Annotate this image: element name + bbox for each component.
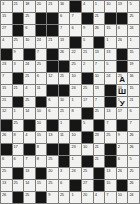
- cell-number: 14: [25, 108, 29, 113]
- letter-cell-r16c10[interactable]: 10: [117, 192, 128, 203]
- cell-number: 10: [71, 73, 75, 78]
- letter-cell-r14c7[interactable]: 25: [82, 168, 93, 179]
- cell-number: 5: [106, 61, 108, 66]
- letter-cell-r0c10[interactable]: 13: [117, 1, 128, 12]
- letter-cell-r9c3[interactable]: 10: [36, 108, 47, 119]
- cell-number: 10: [118, 192, 122, 197]
- cell-number: 6: [129, 108, 131, 113]
- cell-number: 1: [106, 37, 108, 42]
- cell-number: 12: [2, 108, 6, 113]
- cell-number: 21: [129, 97, 133, 102]
- black-cell-r10c6: [70, 120, 81, 131]
- black-cell-r12c4: [47, 144, 58, 155]
- cell-number: 10: [95, 73, 99, 78]
- black-cell-r0c6: [70, 1, 81, 12]
- letter-cell-r11c9[interactable]: 25: [105, 132, 116, 143]
- letter-cell-r8c4[interactable]: 6: [47, 97, 58, 108]
- letter-cell-r2c0[interactable]: 27: [1, 25, 12, 36]
- letter-cell-r4c1[interactable]: 9: [13, 49, 24, 60]
- letter-cell-r5c9[interactable]: 5: [105, 61, 116, 72]
- letter-cell-r2c2[interactable]: 6: [24, 25, 35, 36]
- letter-cell-r9c11[interactable]: 6: [128, 108, 139, 119]
- cell-number: 1: [71, 97, 73, 102]
- letter-cell-r1c8[interactable]: 21: [94, 13, 105, 24]
- cell-number: 18: [25, 1, 29, 6]
- letter-cell-r11c3[interactable]: 15: [36, 132, 47, 143]
- letter-cell-r4c11[interactable]: 15: [128, 49, 139, 60]
- black-cell-r10c10: [117, 120, 128, 131]
- letter-cell-r16c7[interactable]: 20: [82, 192, 93, 203]
- letter-cell-r12c6[interactable]: 23: [70, 144, 81, 155]
- cell-number: 22: [71, 49, 75, 54]
- cell-number: 21: [48, 37, 52, 42]
- black-cell-r13c5: [59, 156, 70, 167]
- cell-number: 6: [14, 156, 16, 161]
- letter-cell-r7c2[interactable]: 4: [24, 85, 35, 96]
- letter-cell-r15c3[interactable]: 15: [36, 180, 47, 191]
- cell-number: 6: [48, 108, 50, 113]
- letter-cell-r16c8[interactable]: 4: [94, 192, 105, 203]
- keyword-crossword-grid: 3211820211641101351525672125276769261562…: [0, 0, 140, 204]
- cell-number: 7: [95, 97, 97, 102]
- letter-cell-r6c4[interactable]: 12: [47, 73, 58, 84]
- letter-cell-r9c8[interactable]: 25: [94, 108, 105, 119]
- letter-cell-r13c10[interactable]: 6: [117, 156, 128, 167]
- black-cell-r4c0: [1, 49, 12, 60]
- black-cell-r1c9: [105, 13, 116, 24]
- letter-cell-r7c10[interactable]: 10Ш: [117, 85, 128, 96]
- letter-cell-r2c7[interactable]: 9: [82, 25, 93, 36]
- letter-cell-r13c8[interactable]: 21: [94, 156, 105, 167]
- black-cell-r15c6: [70, 180, 81, 191]
- cell-number: 15: [129, 85, 133, 90]
- letter-cell-r15c4[interactable]: 25: [47, 180, 58, 191]
- cell-number: 4: [25, 132, 27, 137]
- letter-cell-r7c11[interactable]: 15: [128, 85, 139, 96]
- cell-number: 17: [83, 97, 87, 102]
- letter-cell-r8c10[interactable]: 1У: [117, 97, 128, 108]
- cell-number: 21: [60, 108, 64, 113]
- letter-cell-r8c5[interactable]: 10: [59, 97, 70, 108]
- cell-number: 15: [106, 25, 110, 30]
- black-cell-r16c3: [36, 192, 47, 203]
- cell-number: 24: [106, 73, 110, 78]
- letter-cell-r11c10[interactable]: 9: [117, 132, 128, 143]
- letter-cell-r16c9[interactable]: 7: [105, 192, 116, 203]
- letter-cell-r3c4[interactable]: 21: [47, 37, 58, 48]
- letter-cell-r7c6[interactable]: 24: [70, 85, 81, 96]
- letter-cell-r4c3[interactable]: 7: [36, 49, 47, 60]
- letter-cell-r9c0[interactable]: 12: [1, 108, 12, 119]
- black-cell-r9c7: [82, 108, 93, 119]
- letter-cell-r0c9[interactable]: 10: [105, 1, 116, 12]
- black-cell-r5c4: [47, 61, 58, 72]
- cell-number: 25: [95, 108, 99, 113]
- letter-cell-r2c9[interactable]: 15: [105, 25, 116, 36]
- letter-cell-r13c2[interactable]: 7: [24, 156, 35, 167]
- letter-cell-r12c11[interactable]: 26: [128, 144, 139, 155]
- cell-number: 2: [118, 144, 120, 149]
- letter-cell-r9c9[interactable]: 13: [105, 108, 116, 119]
- cell-number: 6: [71, 25, 73, 30]
- letter-cell-r6c11[interactable]: 16: [128, 73, 139, 84]
- cell-number: 24: [71, 85, 75, 90]
- cell-number: 15: [106, 180, 110, 185]
- letter-cell-r10c11[interactable]: 7: [128, 120, 139, 131]
- letter-cell-r9c10[interactable]: 17: [117, 108, 128, 119]
- letter-cell-r13c11[interactable]: 5: [128, 156, 139, 167]
- cell-number: 25: [14, 37, 18, 42]
- cell-number: 4: [95, 192, 97, 197]
- cell-number: 24: [129, 192, 133, 197]
- letter-cell-r5c2[interactable]: 24: [24, 61, 35, 72]
- black-cell-r1c1: [13, 13, 24, 24]
- letter-cell-r14c9[interactable]: 13: [105, 168, 116, 179]
- cell-number: 13: [2, 180, 6, 185]
- cell-number: 7: [95, 61, 97, 66]
- letter-cell-r9c6[interactable]: 8: [70, 108, 81, 119]
- black-cell-r12c5: [59, 144, 70, 155]
- letter-cell-r9c2[interactable]: 14: [24, 108, 35, 119]
- cell-number: 5: [83, 37, 85, 42]
- letter-cell-r13c0[interactable]: 6: [1, 156, 12, 167]
- letter-cell-r2c6[interactable]: 6: [70, 25, 81, 36]
- letter-cell-r6c9[interactable]: 24: [105, 73, 116, 84]
- letter-cell-r5c11[interactable]: 19: [128, 61, 139, 72]
- cell-number: 8: [37, 144, 39, 149]
- letter-cell-r11c8[interactable]: 23: [94, 132, 105, 143]
- black-cell-r7c4: [47, 85, 58, 96]
- cell-number: 25: [71, 61, 75, 66]
- cell-number: 15: [2, 13, 6, 18]
- letter-cell-r8c0[interactable]: 21: [1, 97, 12, 108]
- cell-number: 6: [60, 13, 62, 18]
- letter-cell-r10c3[interactable]: 10: [36, 120, 47, 131]
- letter-cell-r0c1[interactable]: 21: [13, 1, 24, 12]
- cell-number: 10: [106, 1, 110, 6]
- cell-number: 27: [2, 25, 6, 30]
- letter-cell-r8c8[interactable]: 7: [94, 97, 105, 108]
- letter-cell-r16c5[interactable]: 25: [59, 192, 70, 203]
- letter-cell-r16c6[interactable]: 1: [70, 192, 81, 203]
- black-cell-r1c7: [82, 13, 93, 24]
- cell-number: 7: [37, 49, 39, 54]
- letter-cell-r15c7[interactable]: 27: [82, 180, 93, 191]
- cell-number: 4: [83, 1, 85, 6]
- letter-cell-r4c5[interactable]: 26: [59, 49, 70, 60]
- cell-number: 1: [95, 1, 97, 6]
- cell-number: 27: [83, 180, 87, 185]
- cell-number: 10: [37, 108, 41, 113]
- letter-cell-r2c5[interactable]: 7: [59, 25, 70, 36]
- cell-number: 24: [129, 25, 133, 30]
- cell-number: 17: [118, 108, 122, 113]
- letter-cell-r1c11[interactable]: 25: [128, 13, 139, 24]
- cell-number: 10: [25, 37, 29, 42]
- cell-number: 15: [37, 180, 41, 185]
- cell-number: 25: [60, 192, 64, 197]
- black-cell-r8c1: [13, 97, 24, 108]
- black-cell-r10c0: [1, 120, 12, 131]
- letter-cell-r14c2[interactable]: 13: [24, 168, 35, 179]
- cell-number: 11: [60, 132, 64, 137]
- letter-cell-r10c7[interactable]: 5: [82, 120, 93, 131]
- black-cell-r5c10: [117, 61, 128, 72]
- letter-cell-r5c7[interactable]: 2: [82, 61, 93, 72]
- cell-number: 21: [83, 49, 87, 54]
- cell-number: 9: [83, 25, 85, 30]
- letter-cell-r14c6[interactable]: 24: [70, 168, 81, 179]
- cell-number: 8: [71, 108, 73, 113]
- letter-cell-r16c4[interactable]: 9: [47, 192, 58, 203]
- letter-cell-r11c0[interactable]: 26: [1, 132, 12, 143]
- letter-cell-r4c8[interactable]: 13: [94, 49, 105, 60]
- cell-number: 8: [37, 156, 39, 161]
- letter-cell-r10c9[interactable]: 7: [105, 120, 116, 131]
- letter-cell-r1c2[interactable]: 25: [24, 13, 35, 24]
- letter-cell-r7c0[interactable]: 15: [1, 85, 12, 96]
- black-cell-r3c6: [70, 37, 81, 48]
- black-cell-r10c8: [94, 120, 105, 131]
- letter-cell-r11c6[interactable]: 10: [70, 132, 81, 143]
- black-cell-r11c7: [82, 132, 93, 143]
- letter-cell-r3c7[interactable]: 5: [82, 37, 93, 48]
- cell-number: 1: [71, 192, 73, 197]
- black-cell-r4c2: [24, 49, 35, 60]
- black-cell-r16c1: [13, 192, 24, 203]
- cell-number: 16: [60, 1, 64, 6]
- letter-cell-r2c11[interactable]: 24: [128, 25, 139, 36]
- letter-cell-r7c1[interactable]: 21: [13, 85, 24, 96]
- black-cell-r15c10: [117, 180, 128, 191]
- black-cell-r6c1: [13, 73, 24, 84]
- letter-cell-r0c3[interactable]: 20: [36, 1, 47, 12]
- cell-number: 13: [48, 132, 52, 137]
- cell-number: 13: [25, 168, 29, 173]
- letter-cell-r15c9[interactable]: 15: [105, 180, 116, 191]
- black-cell-r3c8: [94, 37, 105, 48]
- letter-cell-r0c11[interactable]: 5: [128, 1, 139, 12]
- letter-cell-r11c5[interactable]: 11: [59, 132, 70, 143]
- cell-number: 25: [48, 180, 52, 185]
- letter-cell-r13c6[interactable]: 1: [70, 156, 81, 167]
- letter-cell-r6c10[interactable]: 25А: [117, 73, 128, 84]
- letter-cell-r6c8[interactable]: 10: [94, 73, 105, 84]
- letter-cell-r13c4[interactable]: 25: [47, 156, 58, 167]
- letter-cell-r16c2[interactable]: 25: [24, 192, 35, 203]
- cell-number: 26: [129, 180, 133, 185]
- cell-number: 7: [2, 73, 4, 78]
- letter-cell-r3c3[interactable]: 24: [36, 37, 47, 48]
- cell-number: 10: [83, 144, 87, 149]
- letter-cell-r6c3[interactable]: 6: [36, 73, 47, 84]
- cell-number: 15: [2, 85, 6, 90]
- letter-cell-r0c7[interactable]: 4: [82, 1, 93, 12]
- letter-cell-r11c4[interactable]: 13: [47, 132, 58, 143]
- cell-number: 3: [2, 1, 4, 6]
- letter-cell-r16c0[interactable]: 26: [1, 192, 12, 203]
- letter-cell-r13c3[interactable]: 8: [36, 156, 47, 167]
- letter-cell-r11c2[interactable]: 4: [24, 132, 35, 143]
- letter-cell-r6c6[interactable]: 10: [70, 73, 81, 84]
- black-cell-r8c9: [105, 97, 116, 108]
- cell-number: 21: [25, 73, 29, 78]
- letter-cell-r7c8[interactable]: 13: [94, 85, 105, 96]
- letter-cell-r3c1[interactable]: 25: [13, 37, 24, 48]
- cell-number: 5: [129, 1, 131, 6]
- cell-number: 26: [118, 168, 122, 173]
- black-cell-r13c7: [82, 156, 93, 167]
- cell-number: 1: [60, 120, 62, 125]
- cell-number: 5: [129, 156, 131, 161]
- letter-cell-r0c2[interactable]: 18: [24, 1, 35, 12]
- cell-number: 21: [95, 13, 99, 18]
- letter-cell-r0c0[interactable]: 3: [1, 1, 12, 12]
- cell-number: 26: [60, 49, 64, 54]
- letter-cell-r3c2[interactable]: 10: [24, 37, 35, 48]
- letter-cell-r4c6[interactable]: 22: [70, 49, 81, 60]
- letter-cell-r6c0[interactable]: 7: [1, 73, 12, 84]
- black-cell-r5c5: [59, 61, 70, 72]
- cell-number: 21: [14, 85, 18, 90]
- letter-cell-r10c5[interactable]: 1: [59, 120, 70, 131]
- cell-number: 11: [37, 85, 41, 90]
- letter-cell-r15c5[interactable]: 6: [59, 180, 70, 191]
- cell-number: 20: [48, 168, 52, 173]
- letter-cell-r13c1[interactable]: 6: [13, 156, 24, 167]
- letter-cell-r0c4[interactable]: 21: [47, 1, 58, 12]
- black-cell-r14c8: [94, 168, 105, 179]
- letter-cell-r5c6[interactable]: 25: [70, 61, 81, 72]
- letter-cell-r16c11[interactable]: 24: [128, 192, 139, 203]
- letter-cell-r6c2[interactable]: 21: [24, 73, 35, 84]
- black-cell-r7c9: [105, 85, 116, 96]
- black-cell-r13c9: [105, 156, 116, 167]
- letter-cell-r0c5[interactable]: 16: [59, 1, 70, 12]
- cell-number: 25: [2, 168, 6, 173]
- letter-cell-r12c3[interactable]: 8: [36, 144, 47, 155]
- letter-cell-r15c1[interactable]: 25: [13, 180, 24, 191]
- letter-cell-r1c5[interactable]: 6: [59, 13, 70, 24]
- cell-number: 6: [37, 73, 39, 78]
- letter-cell-r9c1[interactable]: 1: [13, 108, 24, 119]
- cell-number: 3: [14, 61, 16, 66]
- cell-number: 7: [60, 25, 62, 30]
- letter-cell-r5c1[interactable]: 3: [13, 61, 24, 72]
- cell-number: 7: [129, 120, 131, 125]
- letter-cell-r8c6[interactable]: 1: [70, 97, 81, 108]
- black-cell-r4c4: [47, 49, 58, 60]
- letter-cell-r14c5[interactable]: 3: [59, 168, 70, 179]
- letter-cell-r5c3[interactable]: 25: [36, 61, 47, 72]
- cell-number: 14: [25, 180, 29, 185]
- black-cell-r4c10: [117, 49, 128, 60]
- cell-number: 25: [14, 120, 18, 125]
- letter-cell-r3c11[interactable]: 1: [128, 37, 139, 48]
- cell-number: 25: [25, 13, 29, 18]
- cell-number: 26: [2, 192, 6, 197]
- letter-cell-r14c0[interactable]: 25: [1, 168, 12, 179]
- letter-cell-r3c9[interactable]: 1: [105, 37, 116, 48]
- cell-number: 25: [14, 180, 18, 185]
- black-cell-r12c9: [105, 144, 116, 155]
- letter-cell-r9c5[interactable]: 21: [59, 108, 70, 119]
- letter-cell-r3c0[interactable]: 4: [1, 37, 12, 48]
- letter-cell-r11c1[interactable]: 8: [13, 132, 24, 143]
- cell-number: 20: [83, 192, 87, 197]
- letter-cell-r6c5[interactable]: 21: [59, 73, 70, 84]
- letter-cell-r2c8[interactable]: 26: [94, 25, 105, 36]
- cell-number: 25: [106, 132, 110, 137]
- cell-number: 6: [118, 156, 120, 161]
- cell-number: 23: [2, 61, 6, 66]
- letter-cell-r14c10[interactable]: 26: [117, 168, 128, 179]
- letter-cell-r12c7[interactable]: 10: [82, 144, 93, 155]
- letter-cell-r4c9[interactable]: 13: [105, 49, 116, 60]
- cell-number: 24: [25, 61, 29, 66]
- letter-cell-r0c8[interactable]: 1: [94, 1, 105, 12]
- cell-number: 3: [60, 168, 62, 173]
- letter-cell-r1c6[interactable]: 7: [70, 13, 81, 24]
- cell-number: 15: [129, 49, 133, 54]
- letter-cell-r12c1[interactable]: 17: [13, 144, 24, 155]
- letter-cell-r9c4[interactable]: 6: [47, 108, 58, 119]
- cell-number: 21: [60, 73, 64, 78]
- black-cell-r1c3: [36, 13, 47, 24]
- cell-number: 9: [118, 132, 120, 137]
- black-cell-r12c0: [1, 144, 12, 155]
- cell-number: 25: [83, 168, 87, 173]
- black-cell-r10c4: [47, 120, 58, 131]
- letter-cell-r14c4[interactable]: 20: [47, 168, 58, 179]
- cell-number: 13: [95, 85, 99, 90]
- letter-cell-r15c11[interactable]: 26: [128, 180, 139, 191]
- letter-cell-r5c0[interactable]: 23: [1, 61, 12, 72]
- cell-number: 21: [14, 1, 18, 6]
- letter-cell-r10c1[interactable]: 25: [13, 120, 24, 131]
- letter-cell-r15c0[interactable]: 13: [1, 180, 12, 191]
- cell-number: 7: [106, 192, 108, 197]
- letter-cell-r5c8[interactable]: 7: [94, 61, 105, 72]
- cell-number: 12: [48, 73, 52, 78]
- black-cell-r1c4: [47, 13, 58, 24]
- black-cell-r1c10: [117, 13, 128, 24]
- letter-cell-r8c11[interactable]: 21: [128, 97, 139, 108]
- letter-cell-r3c5[interactable]: 13: [59, 37, 70, 48]
- cell-number: 19: [129, 61, 133, 66]
- letter-cell-r11c11[interactable]: 26: [128, 132, 139, 143]
- letter-cell-r8c7[interactable]: 17: [82, 97, 93, 108]
- black-cell-r10c2: [24, 120, 35, 131]
- cell-number: 25: [48, 156, 52, 161]
- letter-cell-r12c8[interactable]: 21: [94, 144, 105, 155]
- letter-cell-r7c7[interactable]: 25: [82, 85, 93, 96]
- hint-letter: А: [117, 75, 128, 84]
- letter-cell-r8c2[interactable]: 25: [24, 97, 35, 108]
- black-cell-r7c5: [59, 85, 70, 96]
- black-cell-r12c2: [24, 144, 35, 155]
- letter-cell-r12c10[interactable]: 2: [117, 144, 128, 155]
- letter-cell-r7c3[interactable]: 11: [36, 85, 47, 96]
- letter-cell-r2c10[interactable]: 6: [117, 25, 128, 36]
- letter-cell-r4c7[interactable]: 21: [82, 49, 93, 60]
- letter-cell-r3c10[interactable]: 26: [117, 37, 128, 48]
- letter-cell-r1c0[interactable]: 15: [1, 13, 12, 24]
- letter-cell-r14c11[interactable]: 25: [128, 168, 139, 179]
- cell-number: 24: [37, 37, 41, 42]
- letter-cell-r15c2[interactable]: 14: [24, 180, 35, 191]
- black-cell-r2c4: [47, 25, 58, 36]
